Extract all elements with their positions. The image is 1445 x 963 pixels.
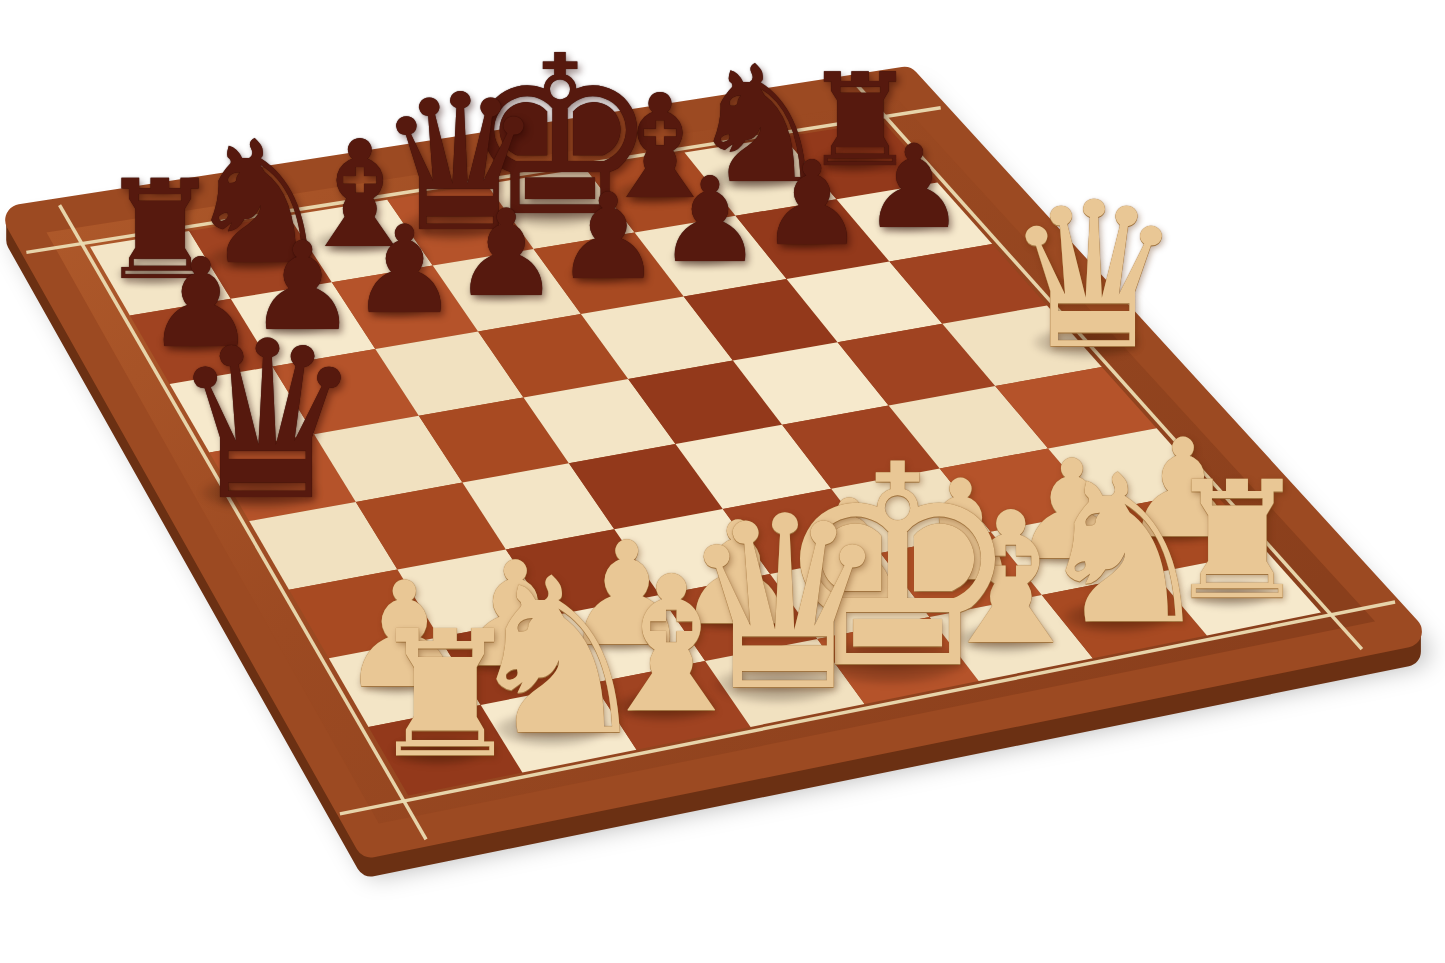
piece-black-pawn-h7[interactable]: ♟: [856, 130, 971, 245]
piece-white-rook-a1[interactable]: ♜: [358, 608, 532, 782]
piece-black-pawn-g7[interactable]: ♟: [754, 146, 871, 263]
piece-black-queen-a5[interactable]: ♛: [158, 312, 376, 530]
piece-black-pawn-f7[interactable]: ♟: [651, 162, 769, 280]
piece-black-pawn-e7[interactable]: ♟: [549, 178, 668, 297]
photo-backdrop: ♜♞♝♚♟♛♟♝♟♞♟♜♟♟♟♟♛♛♟♟♟♜♟♞♟♝♟♚♟♟♛♝♞♜: [0, 0, 1445, 963]
piece-white-queen-frame-h5[interactable]: ♛: [993, 176, 1195, 378]
